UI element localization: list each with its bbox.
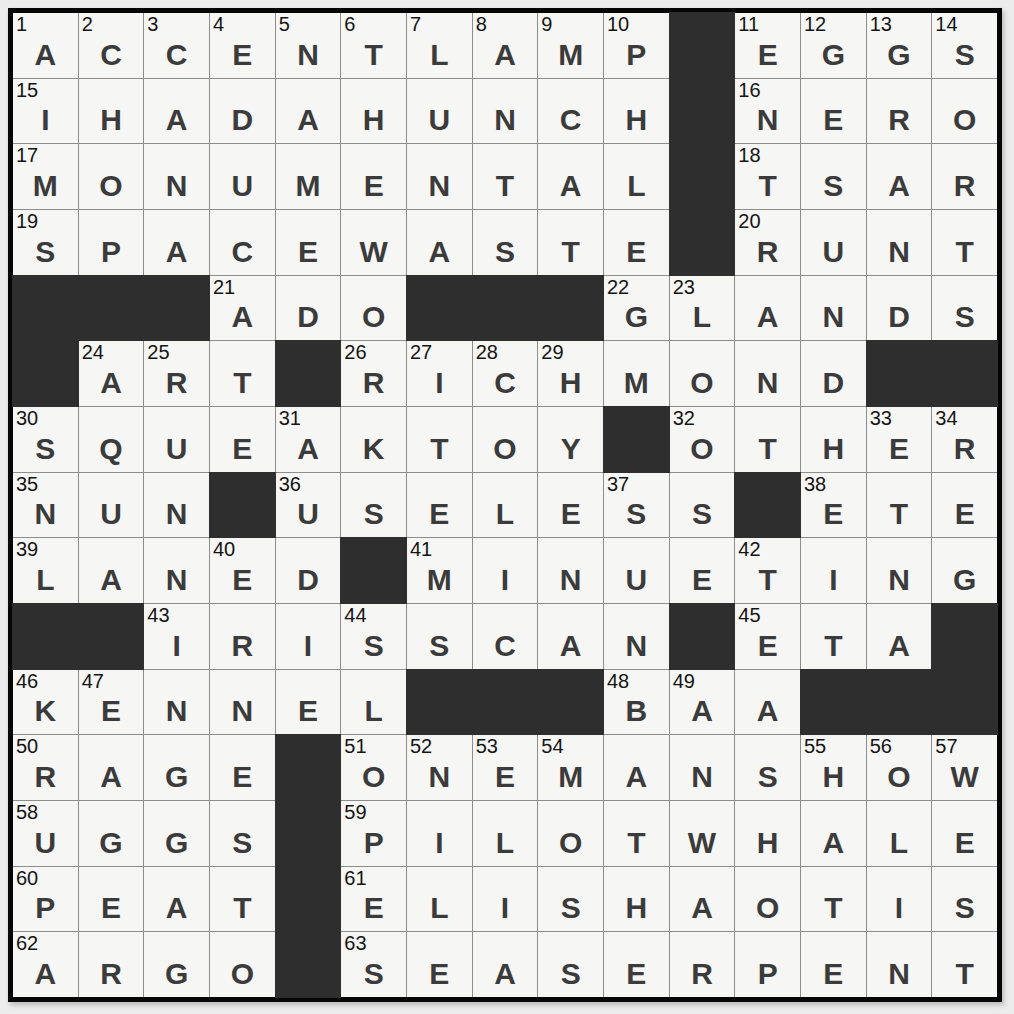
black-cell-r3c11: [670, 144, 735, 209]
black-cell-r7c10: [604, 407, 669, 472]
cell-r1c3[interactable]: 3C: [144, 13, 209, 78]
cell-r2c14[interactable]: R: [867, 79, 932, 144]
cell-r10c3[interactable]: 43I: [144, 604, 209, 669]
cell-r14c8[interactable]: I: [473, 867, 538, 932]
cell-r12c14[interactable]: 56O: [867, 735, 932, 800]
cell-r13c11[interactable]: W: [670, 801, 735, 866]
cell-letter: A: [13, 957, 78, 991]
cell-letter: U: [604, 563, 669, 597]
cell-r3c8[interactable]: T: [473, 144, 538, 209]
cell-r15c9[interactable]: S: [538, 932, 603, 997]
cell-r4c4[interactable]: C: [210, 210, 275, 275]
cell-r8c14[interactable]: T: [867, 473, 932, 538]
clue-number: 35: [16, 473, 38, 496]
cell-letter: G: [867, 38, 932, 72]
cell-r2c3[interactable]: A: [144, 79, 209, 144]
cell-letter: R: [144, 366, 209, 400]
cell-r7c1[interactable]: 30S: [13, 407, 78, 472]
cell-letter: N: [867, 235, 932, 269]
cell-r2c2[interactable]: H: [79, 79, 144, 144]
cell-r13c1[interactable]: 58U: [13, 801, 78, 866]
cell-letter: P: [735, 957, 800, 991]
cell-letter: O: [670, 366, 735, 400]
clue-number: 24: [82, 341, 104, 364]
cell-r14c6[interactable]: 61E: [341, 867, 406, 932]
cell-r5c6[interactable]: O: [341, 276, 406, 341]
cell-letter: D: [276, 300, 341, 334]
clue-number: 46: [16, 670, 38, 693]
cell-letter: T: [341, 38, 406, 72]
cell-letter: E: [538, 497, 603, 531]
cell-r3c10[interactable]: L: [604, 144, 669, 209]
cell-r2c5[interactable]: A: [276, 79, 341, 144]
cell-r7c3[interactable]: U: [144, 407, 209, 472]
cell-r8c6[interactable]: S: [341, 473, 406, 538]
cell-r6c10[interactable]: M: [604, 341, 669, 406]
cell-letter: L: [867, 826, 932, 860]
cell-letter: T: [210, 366, 275, 400]
black-cell-r5c2: [79, 276, 144, 341]
clue-number: 43: [147, 604, 169, 627]
cell-r14c4[interactable]: T: [210, 867, 275, 932]
cell-r3c6[interactable]: E: [341, 144, 406, 209]
cell-r10c5[interactable]: I: [276, 604, 341, 669]
cell-r9c13[interactable]: I: [801, 538, 866, 603]
cell-r1c1[interactable]: 1A: [13, 13, 78, 78]
cell-r10c7[interactable]: S: [407, 604, 472, 669]
cell-r12c6[interactable]: 51O: [341, 735, 406, 800]
cell-r12c12[interactable]: S: [735, 735, 800, 800]
cell-r12c4[interactable]: E: [210, 735, 275, 800]
cell-r11c1[interactable]: 46K: [13, 670, 78, 735]
clue-number: 3: [147, 13, 158, 36]
cell-r12c8[interactable]: 53E: [473, 735, 538, 800]
cell-r2c13[interactable]: E: [801, 79, 866, 144]
clue-number: 49: [673, 670, 695, 693]
cell-letter: G: [932, 563, 997, 597]
cell-letter: N: [276, 38, 341, 72]
cell-r6c13[interactable]: D: [801, 341, 866, 406]
clue-number: 56: [870, 735, 892, 758]
cell-r4c6[interactable]: W: [341, 210, 406, 275]
cell-r9c15[interactable]: G: [932, 538, 997, 603]
cell-r6c9[interactable]: 29H: [538, 341, 603, 406]
cell-r10c4[interactable]: R: [210, 604, 275, 669]
black-cell-r10c2: [79, 604, 144, 669]
cell-r13c10[interactable]: T: [604, 801, 669, 866]
cell-r1c7[interactable]: 7L: [407, 13, 472, 78]
black-cell-r5c1: [13, 276, 78, 341]
cell-letter: A: [276, 103, 341, 137]
cell-r3c5[interactable]: M: [276, 144, 341, 209]
black-cell-r11c14: [867, 670, 932, 735]
clue-number: 53: [476, 735, 498, 758]
cell-r3c4[interactable]: U: [210, 144, 275, 209]
cell-letter: A: [13, 38, 78, 72]
cell-r9c1[interactable]: 39L: [13, 538, 78, 603]
black-cell-r11c13: [801, 670, 866, 735]
cell-r10c10[interactable]: N: [604, 604, 669, 669]
cell-r8c8[interactable]: L: [473, 473, 538, 538]
cell-r10c9[interactable]: A: [538, 604, 603, 669]
cell-r9c3[interactable]: N: [144, 538, 209, 603]
cell-letter: A: [276, 432, 341, 466]
cell-r15c12[interactable]: P: [735, 932, 800, 997]
clue-number: 7: [410, 13, 421, 36]
cell-letter: W: [932, 760, 997, 794]
cell-r2c7[interactable]: U: [407, 79, 472, 144]
cell-r6c11[interactable]: O: [670, 341, 735, 406]
cell-r4c8[interactable]: S: [473, 210, 538, 275]
cell-r4c9[interactable]: T: [538, 210, 603, 275]
cell-r2c12[interactable]: 16N: [735, 79, 800, 144]
cell-r12c7[interactable]: 52N: [407, 735, 472, 800]
cell-letter: E: [210, 38, 275, 72]
cell-r11c12[interactable]: A: [735, 670, 800, 735]
cell-r4c5[interactable]: E: [276, 210, 341, 275]
cell-r2c15[interactable]: O: [932, 79, 997, 144]
cell-r6c4[interactable]: T: [210, 341, 275, 406]
cell-letter: O: [538, 826, 603, 860]
cell-r3c9[interactable]: A: [538, 144, 603, 209]
cell-r1c5[interactable]: 5N: [276, 13, 341, 78]
cell-letter: N: [670, 760, 735, 794]
cell-r13c7[interactable]: I: [407, 801, 472, 866]
cell-r15c2[interactable]: R: [79, 932, 144, 997]
cell-letter: R: [932, 169, 997, 203]
cell-r6c8[interactable]: 28C: [473, 341, 538, 406]
cell-r9c12[interactable]: 42T: [735, 538, 800, 603]
cell-r13c14[interactable]: L: [867, 801, 932, 866]
black-cell-r8c4: [210, 473, 275, 538]
cell-r5c5[interactable]: D: [276, 276, 341, 341]
cell-letter: S: [735, 760, 800, 794]
cell-r10c12[interactable]: 45E: [735, 604, 800, 669]
cell-r3c2[interactable]: O: [79, 144, 144, 209]
cell-r1c10[interactable]: 10P: [604, 13, 669, 78]
cell-r2c8[interactable]: N: [473, 79, 538, 144]
cell-r6c12[interactable]: N: [735, 341, 800, 406]
cell-r11c10[interactable]: 48B: [604, 670, 669, 735]
cell-r7c11[interactable]: 32O: [670, 407, 735, 472]
clue-number: 36: [279, 473, 301, 496]
cell-r4c3[interactable]: A: [144, 210, 209, 275]
cell-r11c6[interactable]: L: [341, 670, 406, 735]
cell-letter: N: [867, 957, 932, 991]
cell-r1c2[interactable]: 2C: [79, 13, 144, 78]
cell-r13c12[interactable]: H: [735, 801, 800, 866]
cell-r11c11[interactable]: 49A: [670, 670, 735, 735]
cell-r14c7[interactable]: L: [407, 867, 472, 932]
cell-r10c13[interactable]: T: [801, 604, 866, 669]
cell-r14c9[interactable]: S: [538, 867, 603, 932]
clue-number: 26: [344, 341, 366, 364]
cell-r7c9[interactable]: Y: [538, 407, 603, 472]
cell-r15c14[interactable]: N: [867, 932, 932, 997]
clue-number: 21: [213, 276, 235, 299]
cell-r1c6[interactable]: 6T: [341, 13, 406, 78]
cell-r8c9[interactable]: E: [538, 473, 603, 538]
cell-r7c5[interactable]: 31A: [276, 407, 341, 472]
cell-r4c15[interactable]: T: [932, 210, 997, 275]
cell-letter: E: [932, 497, 997, 531]
cell-r12c15[interactable]: 57W: [932, 735, 997, 800]
cell-r3c1[interactable]: 17M: [13, 144, 78, 209]
cell-r4c2[interactable]: P: [79, 210, 144, 275]
cell-r8c13[interactable]: 38E: [801, 473, 866, 538]
cell-letter: W: [341, 235, 406, 269]
cell-r8c11[interactable]: S: [670, 473, 735, 538]
cell-letter: U: [144, 432, 209, 466]
cell-letter: S: [13, 432, 78, 466]
cell-r8c3[interactable]: N: [144, 473, 209, 538]
cell-r9c14[interactable]: N: [867, 538, 932, 603]
cell-r2c10[interactable]: H: [604, 79, 669, 144]
cell-r6c2[interactable]: 24A: [79, 341, 144, 406]
cell-r1c15[interactable]: 14S: [932, 13, 997, 78]
cell-r4c7[interactable]: A: [407, 210, 472, 275]
cell-r14c2[interactable]: E: [79, 867, 144, 932]
cell-letter: H: [801, 760, 866, 794]
cell-r15c3[interactable]: G: [144, 932, 209, 997]
cell-letter: S: [473, 235, 538, 269]
cell-r12c10[interactable]: A: [604, 735, 669, 800]
cell-r5c10[interactable]: 22G: [604, 276, 669, 341]
cell-r5c12[interactable]: A: [735, 276, 800, 341]
cell-r13c9[interactable]: O: [538, 801, 603, 866]
black-cell-r10c15: [932, 604, 997, 669]
cell-r14c15[interactable]: S: [932, 867, 997, 932]
cell-letter: O: [341, 300, 406, 334]
cell-r1c12[interactable]: 11E: [735, 13, 800, 78]
cell-r5c4[interactable]: 21A: [210, 276, 275, 341]
cell-r13c15[interactable]: E: [932, 801, 997, 866]
cell-r7c6[interactable]: K: [341, 407, 406, 472]
clue-number: 39: [16, 538, 38, 561]
clue-number: 12: [804, 13, 826, 36]
cell-r8c7[interactable]: E: [407, 473, 472, 538]
cell-letter: S: [932, 38, 997, 72]
cell-letter: A: [538, 629, 603, 663]
cell-r12c9[interactable]: 54M: [538, 735, 603, 800]
black-cell-r9c6: [341, 538, 406, 603]
cell-letter: U: [79, 497, 144, 531]
cell-r3c3[interactable]: N: [144, 144, 209, 209]
cell-r7c12[interactable]: T: [735, 407, 800, 472]
cell-r10c14[interactable]: A: [867, 604, 932, 669]
cell-letter: N: [867, 563, 932, 597]
cell-letter: A: [79, 366, 144, 400]
cell-r7c7[interactable]: T: [407, 407, 472, 472]
crossword-board: 1A2C3C4E5N6T7L8A9M10P11E12G13G14S15IHADA…: [8, 8, 1002, 1002]
cell-letter: N: [210, 694, 275, 728]
cell-r14c12[interactable]: O: [735, 867, 800, 932]
cell-letter: N: [735, 366, 800, 400]
cell-r1c14[interactable]: 13G: [867, 13, 932, 78]
cell-r2c6[interactable]: H: [341, 79, 406, 144]
cell-letter: T: [604, 826, 669, 860]
cell-r14c13[interactable]: T: [801, 867, 866, 932]
cell-letter: I: [144, 629, 209, 663]
clue-number: 38: [804, 473, 826, 496]
cell-r4c13[interactable]: U: [801, 210, 866, 275]
cell-r1c9[interactable]: 9M: [538, 13, 603, 78]
cell-r9c2[interactable]: A: [79, 538, 144, 603]
cell-r2c4[interactable]: D: [210, 79, 275, 144]
cell-r8c2[interactable]: U: [79, 473, 144, 538]
cell-letter: D: [276, 563, 341, 597]
clue-number: 23: [673, 276, 695, 299]
cell-letter: O: [79, 169, 144, 203]
cell-letter: N: [407, 760, 472, 794]
cell-r12c13[interactable]: 55H: [801, 735, 866, 800]
cell-r12c2[interactable]: A: [79, 735, 144, 800]
cell-r15c10[interactable]: E: [604, 932, 669, 997]
cell-r5c15[interactable]: S: [932, 276, 997, 341]
cell-letter: R: [210, 629, 275, 663]
cell-r5c13[interactable]: N: [801, 276, 866, 341]
cell-letter: E: [473, 760, 538, 794]
cell-r6c3[interactable]: 25R: [144, 341, 209, 406]
cell-r14c1[interactable]: 60P: [13, 867, 78, 932]
cell-r15c8[interactable]: A: [473, 932, 538, 997]
cell-r15c13[interactable]: E: [801, 932, 866, 997]
cell-r8c1[interactable]: 35N: [13, 473, 78, 538]
cell-r8c5[interactable]: 36U: [276, 473, 341, 538]
cell-r3c12[interactable]: 18T: [735, 144, 800, 209]
cell-letter: C: [210, 235, 275, 269]
cell-r9c11[interactable]: E: [670, 538, 735, 603]
cell-r1c8[interactable]: 8A: [473, 13, 538, 78]
cell-letter: M: [538, 38, 603, 72]
cell-r15c7[interactable]: E: [407, 932, 472, 997]
cell-letter: A: [670, 694, 735, 728]
cell-letter: P: [13, 891, 78, 925]
cell-r15c6[interactable]: 63S: [341, 932, 406, 997]
cell-r7c14[interactable]: 33E: [867, 407, 932, 472]
cell-r7c4[interactable]: E: [210, 407, 275, 472]
cell-letter: S: [538, 957, 603, 991]
cell-r7c15[interactable]: 34R: [932, 407, 997, 472]
cell-r13c13[interactable]: A: [801, 801, 866, 866]
cell-letter: T: [867, 497, 932, 531]
cell-r3c7[interactable]: N: [407, 144, 472, 209]
cell-letter: E: [79, 891, 144, 925]
cell-r11c5[interactable]: E: [276, 670, 341, 735]
cell-r9c5[interactable]: D: [276, 538, 341, 603]
cell-letter: T: [210, 891, 275, 925]
cell-r12c11[interactable]: N: [670, 735, 735, 800]
cell-letter: A: [473, 38, 538, 72]
cell-letter: L: [670, 300, 735, 334]
cell-r7c2[interactable]: Q: [79, 407, 144, 472]
cell-r15c1[interactable]: 62A: [13, 932, 78, 997]
cell-r3c14[interactable]: A: [867, 144, 932, 209]
cell-r6c7[interactable]: 27I: [407, 341, 472, 406]
cell-r1c13[interactable]: 12G: [801, 13, 866, 78]
cell-r9c10[interactable]: U: [604, 538, 669, 603]
cell-r13c2[interactable]: G: [79, 801, 144, 866]
cell-letter: C: [538, 103, 603, 137]
cell-letter: L: [473, 497, 538, 531]
cell-r6c6[interactable]: 26R: [341, 341, 406, 406]
cell-r10c6[interactable]: 44S: [341, 604, 406, 669]
clue-number: 40: [213, 538, 235, 561]
cell-letter: G: [801, 38, 866, 72]
cell-r3c15[interactable]: R: [932, 144, 997, 209]
cell-r2c1[interactable]: 15I: [13, 79, 78, 144]
cell-letter: D: [801, 366, 866, 400]
cell-r15c4[interactable]: O: [210, 932, 275, 997]
cell-r4c1[interactable]: 19S: [13, 210, 78, 275]
cell-r9c9[interactable]: N: [538, 538, 603, 603]
clue-number: 52: [410, 735, 432, 758]
cell-r11c2[interactable]: 47E: [79, 670, 144, 735]
cell-r9c7[interactable]: 41M: [407, 538, 472, 603]
cell-letter: A: [735, 300, 800, 334]
cell-r7c13[interactable]: H: [801, 407, 866, 472]
black-cell-r6c5: [276, 341, 341, 406]
cell-r13c4[interactable]: S: [210, 801, 275, 866]
cell-r10c8[interactable]: C: [473, 604, 538, 669]
cell-r15c11[interactable]: R: [670, 932, 735, 997]
cell-r8c15[interactable]: E: [932, 473, 997, 538]
cell-r4c14[interactable]: N: [867, 210, 932, 275]
cell-letter: L: [407, 891, 472, 925]
cell-letter: O: [867, 760, 932, 794]
cell-letter: N: [473, 103, 538, 137]
cell-r8c10[interactable]: 37S: [604, 473, 669, 538]
cell-r4c10[interactable]: E: [604, 210, 669, 275]
cell-r14c14[interactable]: I: [867, 867, 932, 932]
cell-letter: P: [79, 235, 144, 269]
cell-r11c4[interactable]: N: [210, 670, 275, 735]
cell-r13c6[interactable]: 59P: [341, 801, 406, 866]
cell-letter: S: [538, 891, 603, 925]
cell-letter: S: [932, 891, 997, 925]
cell-letter: R: [735, 235, 800, 269]
cell-r3c13[interactable]: S: [801, 144, 866, 209]
cell-letter: T: [801, 629, 866, 663]
cell-r5c14[interactable]: D: [867, 276, 932, 341]
clue-number: 54: [541, 735, 563, 758]
cell-r1c4[interactable]: 4E: [210, 13, 275, 78]
cell-r9c8[interactable]: I: [473, 538, 538, 603]
clue-number: 31: [279, 407, 301, 430]
cell-r14c11[interactable]: A: [670, 867, 735, 932]
cell-r2c9[interactable]: C: [538, 79, 603, 144]
cell-r12c3[interactable]: G: [144, 735, 209, 800]
cell-letter: E: [210, 563, 275, 597]
cell-r13c3[interactable]: G: [144, 801, 209, 866]
cell-letter: C: [473, 629, 538, 663]
cell-r11c3[interactable]: N: [144, 670, 209, 735]
cell-r15c15[interactable]: T: [932, 932, 997, 997]
cell-r13c8[interactable]: L: [473, 801, 538, 866]
cell-letter: I: [407, 826, 472, 860]
cell-r12c1[interactable]: 50R: [13, 735, 78, 800]
cell-letter: S: [932, 300, 997, 334]
cell-r14c3[interactable]: A: [144, 867, 209, 932]
cell-r5c11[interactable]: 23L: [670, 276, 735, 341]
cell-letter: L: [341, 694, 406, 728]
cell-r7c8[interactable]: O: [473, 407, 538, 472]
cell-letter: A: [604, 760, 669, 794]
cell-r9c4[interactable]: 40E: [210, 538, 275, 603]
cell-r4c12[interactable]: 20R: [735, 210, 800, 275]
cell-r14c10[interactable]: H: [604, 867, 669, 932]
cell-letter: E: [341, 891, 406, 925]
